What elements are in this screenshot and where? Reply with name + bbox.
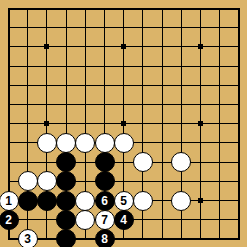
move-1-stone-white: 1 bbox=[0, 191, 19, 211]
hoshi-point bbox=[121, 121, 126, 126]
white-stone bbox=[18, 171, 38, 191]
black-stone bbox=[56, 191, 76, 211]
white-stone bbox=[95, 133, 115, 153]
hoshi-point bbox=[44, 44, 49, 49]
go-board: 16527438 bbox=[0, 0, 247, 247]
hoshi-point bbox=[198, 198, 203, 203]
move-6-stone-black: 6 bbox=[95, 191, 115, 211]
hoshi-point bbox=[121, 44, 126, 49]
hoshi-point bbox=[198, 121, 203, 126]
black-stone bbox=[56, 171, 76, 191]
black-stone bbox=[56, 229, 76, 247]
move-2-stone-black: 2 bbox=[0, 210, 19, 230]
white-stone bbox=[171, 191, 191, 211]
white-stone bbox=[133, 191, 153, 211]
move-3-stone-white: 3 bbox=[18, 229, 38, 247]
white-stone bbox=[75, 210, 95, 230]
black-stone bbox=[56, 210, 76, 230]
white-stone bbox=[114, 133, 134, 153]
grid-line-vertical bbox=[219, 8, 220, 240]
grid-line-horizontal bbox=[8, 162, 240, 163]
black-stone bbox=[56, 152, 76, 172]
white-stone bbox=[133, 152, 153, 172]
grid-line-vertical bbox=[238, 8, 240, 240]
white-stone bbox=[37, 171, 57, 191]
white-stone bbox=[56, 133, 76, 153]
move-5-stone-white: 5 bbox=[114, 191, 134, 211]
black-stone bbox=[18, 191, 38, 211]
white-stone bbox=[171, 152, 191, 172]
black-stone bbox=[95, 171, 115, 191]
grid-line-horizontal bbox=[8, 238, 240, 240]
white-stone bbox=[75, 133, 95, 153]
black-stone bbox=[37, 191, 57, 211]
white-stone bbox=[75, 191, 95, 211]
white-stone bbox=[37, 133, 57, 153]
grid-line-vertical bbox=[162, 8, 163, 240]
black-stone bbox=[95, 152, 115, 172]
hoshi-point bbox=[44, 121, 49, 126]
move-4-stone-black: 4 bbox=[114, 210, 134, 230]
move-8-stone-black: 8 bbox=[95, 229, 115, 247]
hoshi-point bbox=[198, 44, 203, 49]
move-7-stone-white: 7 bbox=[95, 210, 115, 230]
